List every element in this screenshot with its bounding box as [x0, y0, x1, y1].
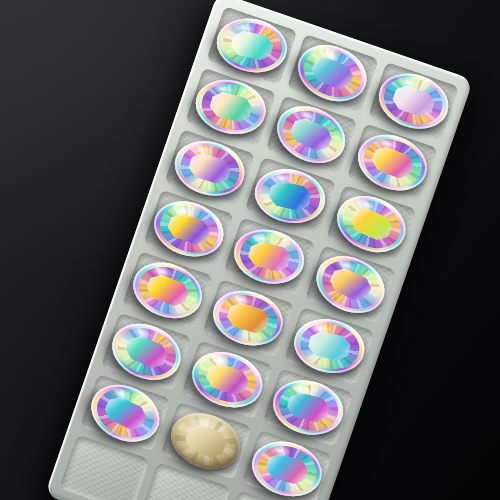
light-glint-icon: [108, 383, 134, 404]
crystal-ab-rhinestone: [350, 125, 436, 200]
crystal-table-facet: [183, 420, 230, 460]
crystal-ab-rhinestone: [125, 253, 211, 328]
light-glint-icon: [270, 169, 295, 186]
crystal-table-facet: [369, 143, 417, 182]
light-glint-icon: [170, 201, 196, 220]
crystal-crown-facets: [275, 101, 348, 167]
crystal-ab-rhinestone: [245, 433, 329, 500]
crystal-table-facet: [390, 82, 437, 119]
crystal-table-facet: [246, 239, 292, 274]
crystal-table-facet: [165, 210, 212, 247]
crystal-table-facet: [208, 89, 254, 124]
crystal-ab-rhinestone: [168, 132, 252, 203]
crystal-crown-facets: [335, 191, 408, 255]
light-glint-icon: [188, 412, 214, 432]
crystal-ab-rhinestone: [104, 313, 190, 390]
light-glint-icon: [294, 105, 320, 126]
light-glint-icon: [374, 133, 400, 153]
crystal-ab-rhinestone: [267, 373, 349, 442]
light-glint-icon: [394, 73, 420, 92]
crystal-ab-rhinestone: [190, 72, 272, 141]
rhinestone-tray: [45, 0, 473, 500]
crystal-crown-facets: [252, 438, 322, 498]
crystal-crown-facets: [132, 259, 204, 322]
crystal-crown-facets: [169, 408, 244, 474]
crystal-table-facet: [326, 264, 374, 305]
crystal-table-facet: [102, 392, 150, 433]
photo-background: [0, 0, 500, 500]
crystal-ab-rhinestone: [250, 162, 331, 229]
crystal-ab-rhinestone: [228, 222, 310, 291]
light-glint-icon: [249, 230, 274, 248]
light-glint-icon: [308, 320, 333, 337]
crystal-ab-rhinestone: [268, 95, 355, 173]
crystal-table-facet: [264, 450, 311, 486]
crystal-ab-rhinestone: [212, 12, 293, 79]
crystal-table-facet: [123, 332, 171, 372]
light-glint-icon: [149, 262, 175, 282]
light-glint-icon: [211, 80, 236, 98]
light-glint-icon: [229, 291, 254, 310]
crystal-crown-facets: [192, 349, 263, 410]
crystal-table-facet: [285, 390, 331, 425]
crystal-ab-rhinestone: [328, 185, 414, 262]
light-glint-icon: [315, 44, 341, 65]
crystal-table-facet: [204, 361, 251, 398]
crystal-crown-facets: [218, 17, 286, 73]
gold-rhinestone: [164, 403, 250, 478]
light-glint-icon: [129, 322, 155, 343]
crystal-table-facet: [229, 29, 275, 63]
crystal-crown-facets: [153, 198, 224, 259]
crystal-table-facet: [306, 329, 352, 363]
crystal-crown-facets: [356, 131, 428, 194]
light-glint-icon: [333, 255, 359, 276]
crystal-ab-rhinestone: [185, 343, 270, 416]
crystal-crown-facets: [213, 288, 283, 348]
crystal-crown-facets: [297, 41, 370, 105]
crystal-ab-rhinestone: [289, 312, 370, 379]
crystal-ab-rhinestone: [290, 35, 376, 112]
light-glint-icon: [288, 380, 313, 398]
crystal-crown-facets: [257, 168, 325, 224]
crystal-table-facet: [347, 204, 395, 244]
light-glint-icon: [190, 140, 215, 159]
crystal-crown-facets: [378, 70, 449, 131]
crystal-crown-facets: [314, 252, 387, 318]
light-glint-icon: [231, 19, 256, 36]
crystal-crown-facets: [110, 319, 183, 383]
crystal-table-facet: [187, 150, 234, 186]
crystal-table-facet: [309, 53, 357, 93]
crystal-table-facet: [144, 271, 192, 310]
crystal-ab-rhinestone: [207, 283, 291, 354]
light-glint-icon: [267, 441, 293, 460]
crystal-table-facet: [225, 300, 272, 336]
light-glint-icon: [208, 351, 234, 370]
crystal-table-facet: [288, 114, 336, 155]
crystal-crown-facets: [274, 378, 343, 436]
crystal-ab-rhinestone: [371, 64, 456, 137]
crystal-crown-facets: [196, 78, 265, 136]
crystal-crown-facets: [235, 228, 304, 286]
crystal-crown-facets: [295, 318, 363, 374]
crystal-crown-facets: [89, 380, 162, 446]
crystal-table-facet: [268, 179, 314, 213]
crystal-crown-facets: [175, 138, 245, 198]
light-glint-icon: [353, 194, 379, 215]
crystal-ab-rhinestone: [147, 193, 232, 266]
